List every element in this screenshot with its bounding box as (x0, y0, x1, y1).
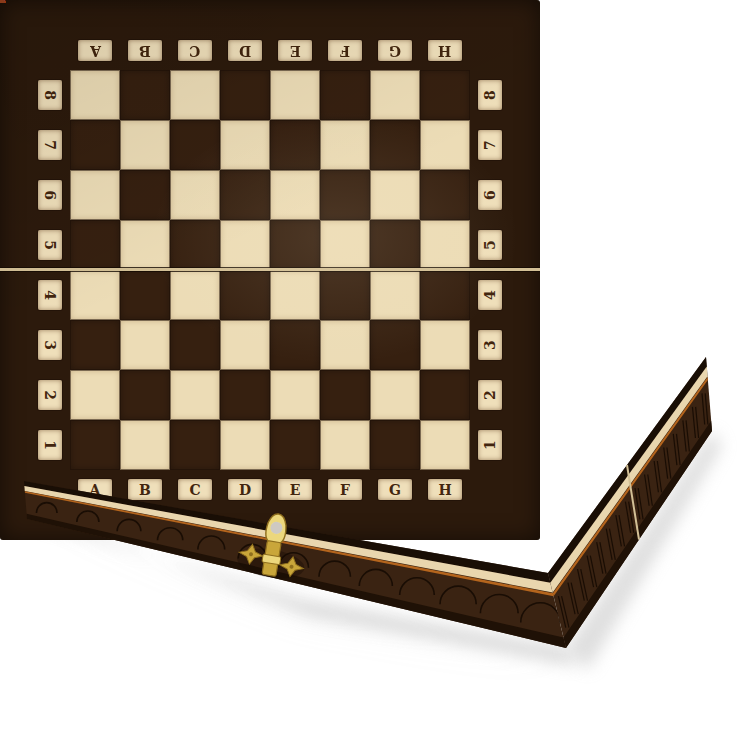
square-a8[interactable] (70, 70, 120, 120)
file-label-h-top: H (428, 40, 462, 61)
side-fold-seam (627, 465, 639, 540)
square-d7[interactable] (220, 120, 270, 170)
square-h8[interactable] (420, 70, 470, 120)
rank-label-5-left: 5 (38, 230, 62, 260)
rank-label-4-left: 4 (38, 280, 62, 310)
square-c8[interactable] (170, 70, 220, 120)
carved-groove (629, 502, 634, 533)
square-e8[interactable] (270, 70, 320, 120)
square-e7[interactable] (270, 120, 320, 170)
piece-glyph: ♜ (0, 0, 7, 6)
file-label-g-top: G (378, 40, 412, 61)
carved-groove (673, 434, 677, 465)
clasp-strap (262, 541, 281, 577)
square-b7[interactable] (120, 120, 170, 170)
square-g3[interactable] (370, 320, 420, 370)
square-e6[interactable] (270, 170, 320, 220)
carved-arc (279, 553, 309, 568)
file-label-h-bottom: H (428, 479, 462, 500)
carved-groove (635, 488, 640, 519)
rank-label-2-left: 2 (38, 380, 62, 410)
file-label-e-bottom: E (278, 479, 312, 500)
square-f5[interactable] (320, 220, 370, 270)
square-c1[interactable] (170, 420, 220, 470)
file-label-d-top-text: D (239, 44, 251, 58)
clasp-wing (278, 555, 305, 579)
square-e2[interactable] (270, 370, 320, 420)
rank-label-7-right-text: 7 (483, 140, 497, 150)
carved-groove (619, 515, 625, 546)
rank-label-1-left-text: 1 (43, 440, 57, 450)
square-e4[interactable] (270, 270, 320, 320)
rank-label-4-right: 4 (478, 280, 502, 310)
square-h7[interactable] (420, 120, 470, 170)
carved-arc (319, 561, 350, 577)
clasp-catch (262, 554, 281, 565)
square-a3[interactable] (70, 320, 120, 370)
square-a6[interactable] (70, 170, 120, 220)
square-f6[interactable] (320, 170, 370, 220)
square-a2[interactable] (70, 370, 120, 420)
carved-groove (571, 583, 578, 614)
clasp-shadow (235, 544, 307, 582)
square-e3[interactable] (270, 320, 320, 370)
square-h1[interactable] (420, 420, 470, 470)
file-label-c-bottom-text: C (189, 483, 200, 497)
file-label-g-bottom: G (378, 479, 412, 500)
square-b8[interactable] (120, 70, 170, 120)
square-d5[interactable] (220, 220, 270, 270)
square-b5[interactable] (120, 220, 170, 270)
rank-label-6-right-text: 6 (483, 190, 497, 200)
carved-groove (686, 420, 689, 451)
square-d1[interactable] (220, 420, 270, 470)
square-h5[interactable] (420, 220, 470, 270)
carved-arc (440, 586, 476, 604)
square-g6[interactable] (370, 170, 420, 220)
clasp-screw (289, 564, 294, 569)
rank-label-1-left: 1 (38, 430, 62, 460)
square-e1[interactable] (270, 420, 320, 470)
rank-label-5-left-text: 5 (43, 240, 57, 250)
square-c5[interactable] (170, 220, 220, 270)
carved-groove (676, 434, 680, 465)
square-b6[interactable] (120, 170, 170, 220)
square-b3[interactable] (120, 320, 170, 370)
rank-label-2-left-text: 2 (43, 390, 57, 400)
file-label-a-bottom-text: A (90, 483, 101, 497)
square-h2[interactable] (420, 370, 470, 420)
square-d6[interactable] (220, 170, 270, 220)
square-d3[interactable] (220, 320, 270, 370)
rank-label-3-left: 3 (38, 330, 62, 360)
file-label-f-top-text: F (340, 44, 350, 58)
square-g2[interactable] (370, 370, 420, 420)
square-f3[interactable] (320, 320, 370, 370)
rank-label-3-right-text: 3 (483, 340, 497, 350)
carved-groove (597, 542, 603, 573)
square-c7[interactable] (170, 120, 220, 170)
file-label-f-top: F (328, 40, 362, 61)
carved-groove (638, 488, 643, 519)
rank-label-7-right: 7 (478, 130, 502, 160)
file-label-h-bottom-text: H (438, 483, 451, 497)
file-label-c-bottom: C (178, 479, 212, 500)
file-label-c-top-text: C (189, 44, 200, 58)
clasp-wing (238, 542, 265, 566)
rank-label-6-left-text: 6 (43, 190, 57, 200)
carved-groove (600, 542, 606, 573)
rank-label-7-left: 7 (38, 130, 62, 160)
carved-groove (587, 556, 593, 587)
rank-label-7-left-text: 7 (43, 140, 57, 150)
clasp-screw (249, 552, 254, 557)
carved-arc (521, 603, 560, 623)
carved-groove (616, 515, 622, 546)
file-label-c-top: C (178, 40, 212, 61)
square-f7[interactable] (320, 120, 370, 170)
file-label-e-top: E (278, 40, 312, 61)
rank-label-1-right-text: 1 (483, 440, 497, 450)
carved-groove (590, 556, 596, 587)
file-label-a-top-text: A (90, 44, 101, 58)
right-face (548, 357, 712, 648)
rank-label-6-right: 6 (478, 180, 502, 210)
file-label-b-bottom: B (128, 479, 162, 500)
file-label-h-top-text: H (438, 44, 451, 58)
carved-groove (581, 569, 588, 600)
file-label-f-bottom: F (328, 479, 362, 500)
square-h6[interactable] (420, 170, 470, 220)
square-g4[interactable] (370, 270, 420, 320)
square-f4[interactable] (320, 270, 370, 320)
square-g5[interactable] (370, 220, 420, 270)
file-label-b-top-text: B (139, 44, 151, 58)
square-a4[interactable] (70, 270, 120, 320)
carved-groove (654, 461, 658, 492)
carved-groove (702, 393, 705, 424)
carved-groove (578, 569, 585, 600)
carved-groove (683, 420, 686, 451)
square-f1[interactable] (320, 420, 370, 470)
file-label-d-bottom-text: D (239, 483, 251, 497)
carved-arc (359, 569, 392, 586)
square-c3[interactable] (170, 320, 220, 370)
carved-groove (606, 529, 612, 560)
square-d2[interactable] (220, 370, 270, 420)
carved-groove (568, 583, 575, 614)
rank-label-1-right: 1 (478, 430, 502, 460)
square-d4[interactable] (220, 270, 270, 320)
square-f8[interactable] (320, 70, 370, 120)
fold-seam (0, 268, 540, 271)
rank-label-8-left-text: 8 (43, 90, 57, 100)
product-photo-stage: AA11BB22CC33DD44EE55FF66GG77HH88 ♜♞♝♛♚♝♞… (0, 0, 750, 750)
rank-label-8-left: 8 (38, 80, 62, 110)
rank-label-8-right-text: 8 (483, 90, 497, 100)
square-b4[interactable] (120, 270, 170, 320)
carved-groove (705, 393, 708, 424)
square-d8[interactable] (220, 70, 270, 120)
square-g7[interactable] (370, 120, 420, 170)
file-label-e-top-text: E (290, 44, 301, 58)
square-h4[interactable] (420, 270, 470, 320)
rank-label-6-left: 6 (38, 180, 62, 210)
carved-groove (667, 447, 671, 478)
rank-label-8-right: 8 (478, 80, 502, 110)
carved-groove (696, 407, 699, 438)
carved-groove (657, 461, 661, 492)
square-b2[interactable] (120, 370, 170, 420)
square-b1[interactable] (120, 420, 170, 470)
shadow-right (566, 431, 722, 670)
rank-label-2-right: 2 (478, 380, 502, 410)
square-e5[interactable] (270, 220, 320, 270)
carved-arc (400, 578, 435, 595)
carved-groove (558, 596, 565, 627)
square-g8[interactable] (370, 70, 420, 120)
carved-groove (645, 475, 650, 506)
square-a1[interactable] (70, 420, 120, 470)
square-c6[interactable] (170, 170, 220, 220)
square-c2[interactable] (170, 370, 220, 420)
rank-label-5-right-text: 5 (483, 240, 497, 250)
file-label-b-bottom-text: B (139, 483, 151, 497)
carved-groove (609, 529, 615, 560)
chess-board[interactable]: AA11BB22CC33DD44EE55FF66GG77HH88 (0, 0, 540, 540)
file-label-a-top: A (78, 40, 112, 61)
file-label-a-bottom: A (78, 479, 112, 500)
file-label-d-top: D (228, 40, 262, 61)
rank-label-4-left-text: 4 (43, 290, 57, 300)
square-f2[interactable] (320, 370, 370, 420)
carved-groove (625, 502, 630, 533)
rank-label-3-right: 3 (478, 330, 502, 360)
carved-groove (648, 475, 653, 506)
square-g1[interactable] (370, 420, 420, 470)
file-label-d-bottom: D (228, 479, 262, 500)
rank-label-3-left-text: 3 (43, 340, 57, 350)
rank-label-4-right-text: 4 (483, 290, 497, 300)
square-c4[interactable] (170, 270, 220, 320)
rank-label-2-right-text: 2 (483, 390, 497, 400)
square-h3[interactable] (420, 320, 470, 370)
square-a7[interactable] (70, 120, 120, 170)
carved-groove (664, 447, 668, 478)
file-label-g-bottom-text: G (389, 483, 401, 497)
carved-groove (562, 596, 569, 627)
rank-label-5-right: 5 (478, 230, 502, 260)
carved-arc (480, 594, 518, 613)
square-a5[interactable] (70, 220, 120, 270)
file-label-b-top: B (128, 40, 162, 61)
carved-groove (692, 407, 695, 438)
file-label-e-bottom-text: E (290, 483, 301, 497)
carved-arc (238, 544, 266, 558)
file-label-g-top-text: G (389, 44, 401, 58)
file-label-f-bottom-text: F (340, 483, 350, 497)
